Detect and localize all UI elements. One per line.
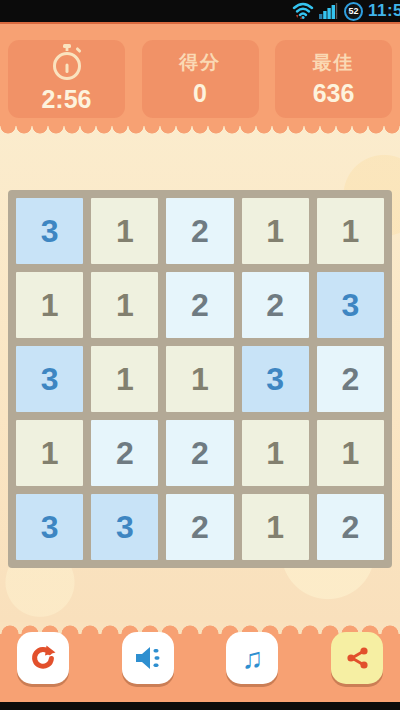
board-cell[interactable]: 3 [91, 494, 158, 560]
board-cell[interactable]: 1 [242, 198, 309, 264]
board-cell[interactable]: 1 [16, 420, 83, 486]
game-area: 3121111223311321221133212 [0, 126, 400, 622]
header-wave-edge [0, 126, 400, 138]
board-cell[interactable]: 2 [317, 494, 384, 560]
battery-circle-icon: 52 [344, 2, 363, 21]
speaker-icon [134, 645, 162, 671]
board-cell[interactable]: 3 [242, 346, 309, 412]
board-cell[interactable]: 1 [166, 346, 233, 412]
board-cell[interactable]: 2 [166, 198, 233, 264]
board-cell[interactable]: 3 [16, 346, 83, 412]
score-panel: 得分 0 [142, 40, 259, 118]
best-value: 636 [313, 79, 355, 108]
app-screen: 52 11:5 2:56 得分 0 最佳 636 312111122331132… [0, 0, 400, 710]
status-bar: 52 11:5 [0, 0, 400, 22]
board-cell[interactable]: 2 [91, 420, 158, 486]
board-cell[interactable]: 3 [317, 272, 384, 338]
status-clock: 11:5 [368, 1, 400, 21]
board-grid: 3121111223311321221133212 [8, 190, 392, 568]
score-label: 得分 [179, 50, 221, 76]
board-cell[interactable]: 2 [166, 420, 233, 486]
music-button[interactable]: ♫ [226, 632, 278, 684]
board-cell[interactable]: 1 [91, 346, 158, 412]
header: 2:56 得分 0 最佳 636 [0, 22, 400, 126]
board-cell[interactable]: 1 [242, 494, 309, 560]
restart-button[interactable] [17, 632, 69, 684]
timer-value: 2:56 [41, 85, 91, 114]
board-cell[interactable]: 1 [242, 420, 309, 486]
android-nav-strip [0, 702, 400, 710]
sound-button[interactable] [122, 632, 174, 684]
board-cell[interactable]: 1 [91, 198, 158, 264]
battery-percent: 52 [348, 6, 358, 16]
music-note-icon: ♫ [241, 644, 263, 673]
refresh-icon [28, 643, 58, 673]
toolbar: ♫ [0, 632, 400, 684]
share-icon [343, 644, 371, 672]
board-cell[interactable]: 1 [16, 272, 83, 338]
board-cell[interactable]: 3 [16, 494, 83, 560]
board-cell[interactable]: 1 [317, 420, 384, 486]
board-cell[interactable]: 1 [317, 198, 384, 264]
footer: ♫ [0, 622, 400, 702]
score-value: 0 [193, 79, 207, 108]
share-button[interactable] [331, 632, 383, 684]
signal-bars-icon [319, 3, 339, 19]
board-cell[interactable]: 3 [16, 198, 83, 264]
best-label: 最佳 [313, 50, 355, 76]
board-cell[interactable]: 2 [317, 346, 384, 412]
best-panel: 最佳 636 [275, 40, 392, 118]
timer-panel: 2:56 [8, 40, 125, 118]
board-cell[interactable]: 1 [91, 272, 158, 338]
board-cell[interactable]: 2 [242, 272, 309, 338]
board-cell[interactable]: 2 [166, 494, 233, 560]
board-cell[interactable]: 2 [166, 272, 233, 338]
stopwatch-icon [49, 44, 85, 82]
wifi-icon [292, 2, 314, 20]
